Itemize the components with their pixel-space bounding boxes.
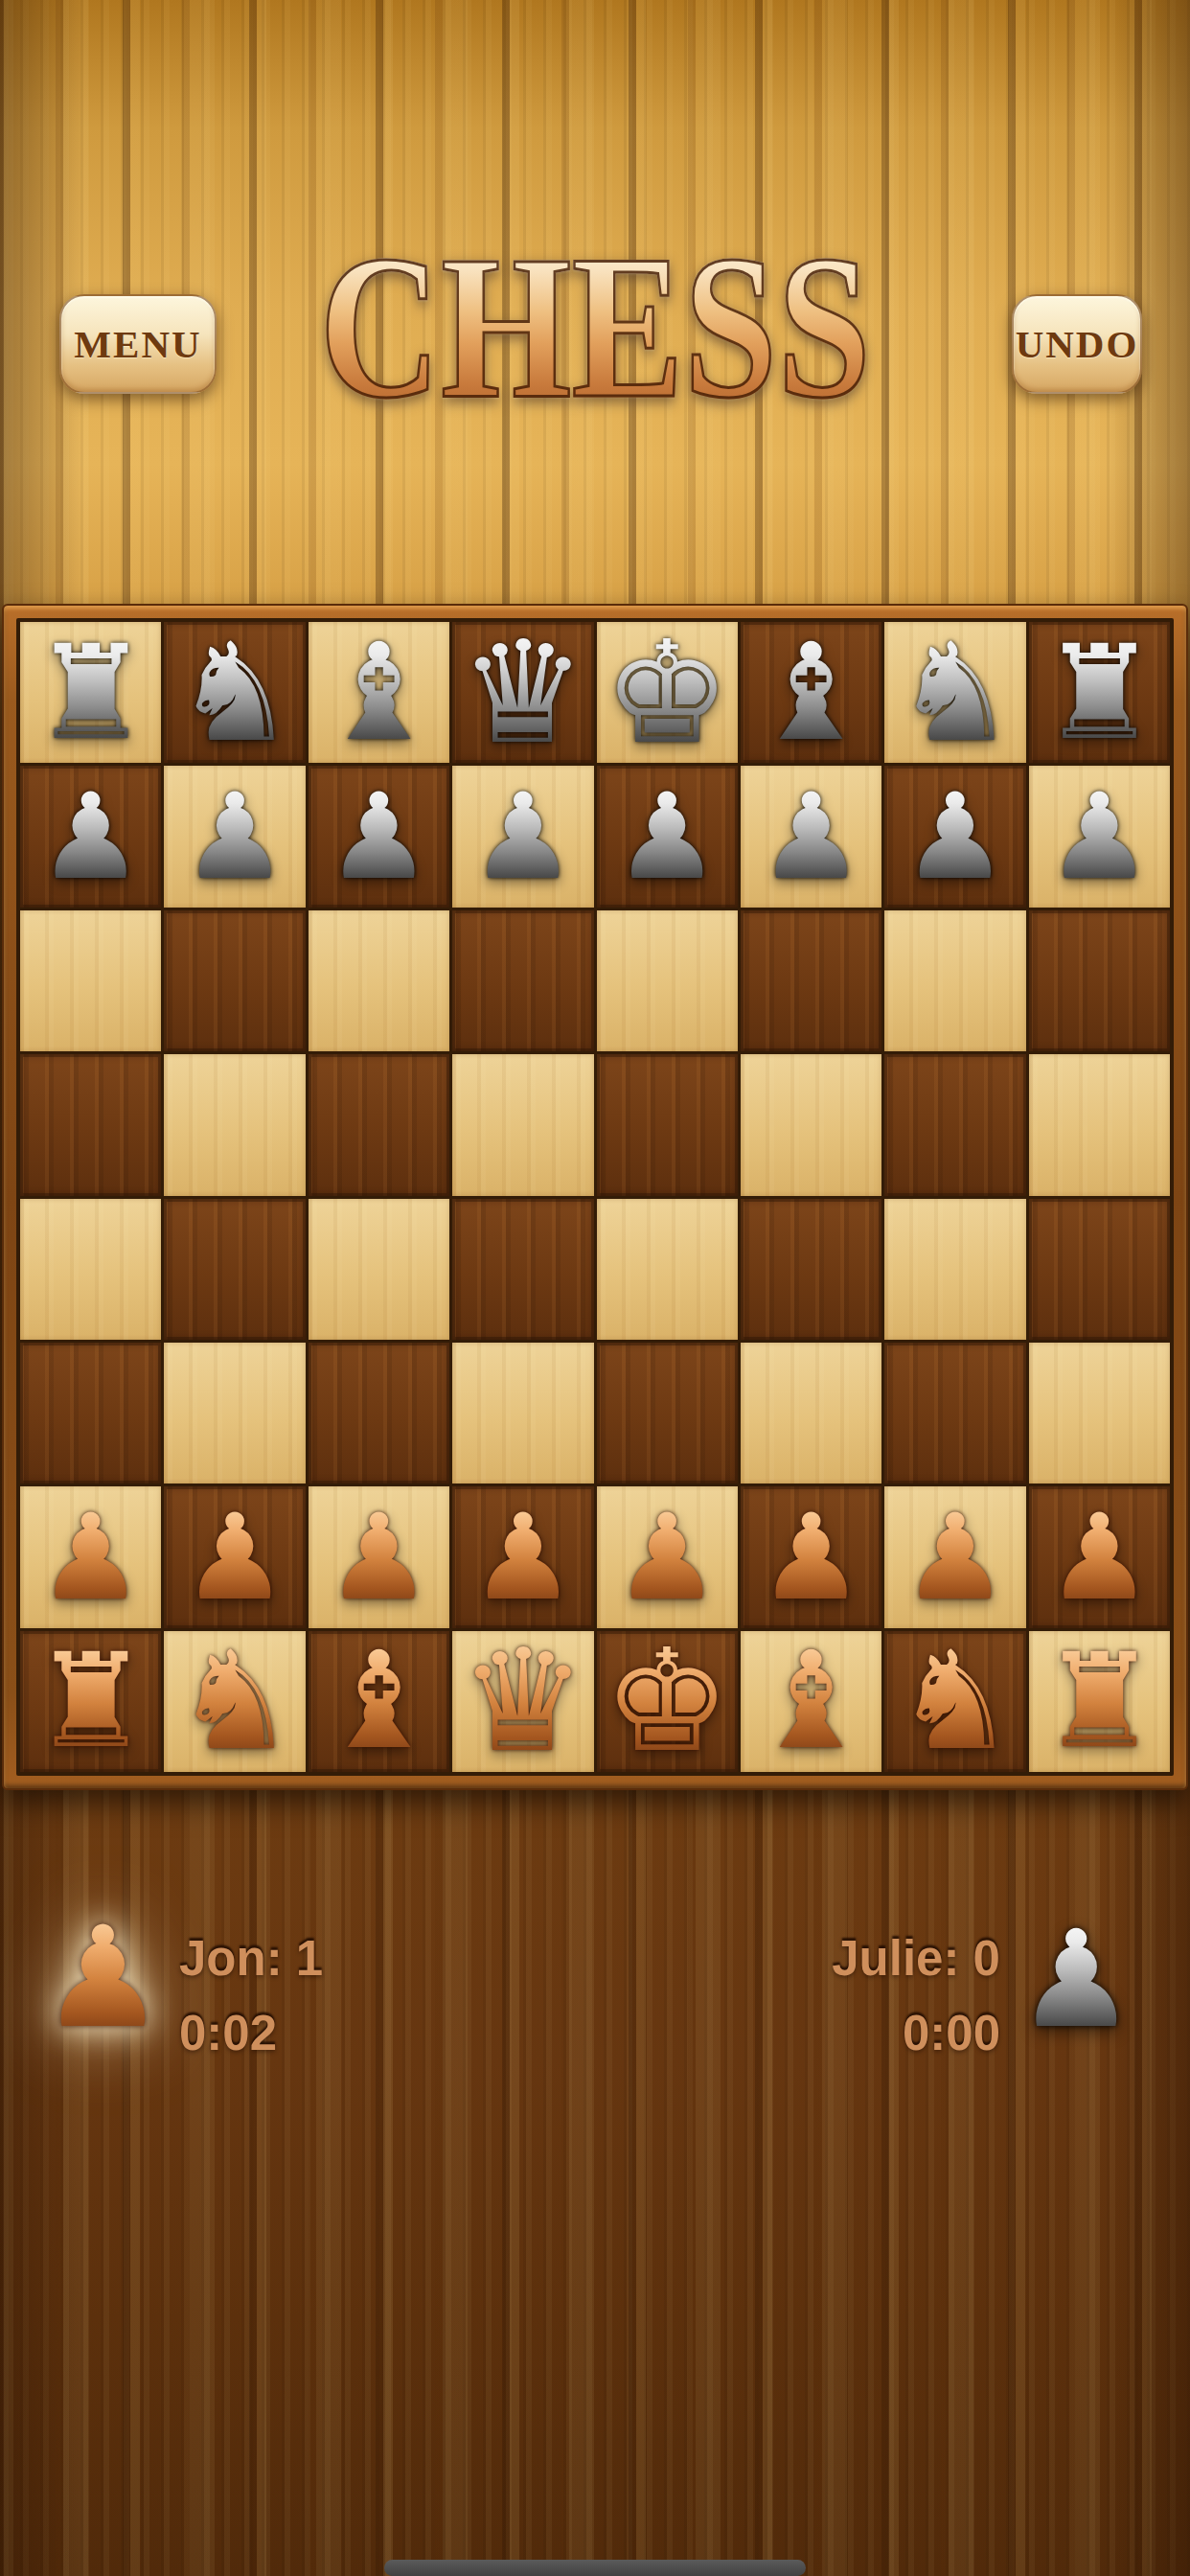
square-f6[interactable]: [741, 910, 881, 1051]
piece-white-bishop[interactable]: ♝: [319, 1634, 440, 1768]
piece-white-king[interactable]: ♚: [604, 1631, 731, 1772]
board-grid: ♜♞♝♛♚♝♞♜♟♟♟♟♟♟♟♟♟♟♟♟♟♟♟♟♜♞♝♛♚♝♞♜: [16, 618, 1174, 1776]
square-c8[interactable]: ♝: [309, 622, 449, 763]
square-e7[interactable]: ♟: [597, 766, 738, 907]
player-white-score: Jon: 1: [179, 1932, 323, 1986]
square-f1[interactable]: ♝: [741, 1631, 881, 1772]
square-b2[interactable]: ♟: [164, 1486, 305, 1627]
square-d6[interactable]: [452, 910, 593, 1051]
piece-white-pawn[interactable]: ♟: [758, 1498, 864, 1617]
piece-black-queen[interactable]: ♛: [459, 622, 586, 763]
piece-white-pawn[interactable]: ♟: [902, 1498, 1008, 1617]
player-black-score: Julie: 0: [832, 1932, 1000, 1986]
square-b3[interactable]: [164, 1343, 305, 1483]
square-g7[interactable]: ♟: [884, 766, 1025, 907]
square-d7[interactable]: ♟: [452, 766, 593, 907]
square-c5[interactable]: [309, 1054, 449, 1195]
square-f2[interactable]: ♟: [741, 1486, 881, 1627]
piece-black-bishop[interactable]: ♝: [319, 626, 440, 760]
square-c7[interactable]: ♟: [309, 766, 449, 907]
square-a2[interactable]: ♟: [20, 1486, 161, 1627]
square-g1[interactable]: ♞: [884, 1631, 1025, 1772]
square-g6[interactable]: [884, 910, 1025, 1051]
square-f4[interactable]: [741, 1199, 881, 1340]
square-h8[interactable]: ♜: [1029, 622, 1170, 763]
piece-white-bishop[interactable]: ♝: [751, 1634, 872, 1768]
square-b7[interactable]: ♟: [164, 766, 305, 907]
piece-black-pawn[interactable]: ♟: [1046, 777, 1153, 896]
square-f3[interactable]: [741, 1343, 881, 1483]
square-e2[interactable]: ♟: [597, 1486, 738, 1627]
square-d3[interactable]: [452, 1343, 593, 1483]
square-a4[interactable]: [20, 1199, 161, 1340]
piece-white-pawn[interactable]: ♟: [614, 1498, 721, 1617]
square-e4[interactable]: [597, 1199, 738, 1340]
player-black-clock: 0:00: [903, 2007, 1000, 2060]
square-h6[interactable]: [1029, 910, 1170, 1051]
player-white-clock: 0:02: [179, 2007, 277, 2060]
square-b6[interactable]: [164, 910, 305, 1051]
piece-white-pawn[interactable]: ♟: [469, 1498, 576, 1617]
square-a1[interactable]: ♜: [20, 1631, 161, 1772]
square-e5[interactable]: [597, 1054, 738, 1195]
square-h1[interactable]: ♜: [1029, 1631, 1170, 1772]
piece-black-pawn[interactable]: ♟: [758, 777, 864, 896]
square-e6[interactable]: [597, 910, 738, 1051]
piece-white-queen[interactable]: ♛: [459, 1631, 586, 1772]
piece-white-rook[interactable]: ♜: [1041, 1636, 1157, 1766]
piece-white-pawn[interactable]: ♟: [37, 1498, 144, 1617]
piece-black-bishop[interactable]: ♝: [751, 626, 872, 760]
square-e8[interactable]: ♚: [597, 622, 738, 763]
piece-black-pawn[interactable]: ♟: [902, 777, 1008, 896]
square-f5[interactable]: [741, 1054, 881, 1195]
square-a7[interactable]: ♟: [20, 766, 161, 907]
board-frame: ♜♞♝♛♚♝♞♜♟♟♟♟♟♟♟♟♟♟♟♟♟♟♟♟♜♞♝♛♚♝♞♜: [2, 604, 1188, 1790]
square-f7[interactable]: ♟: [741, 766, 881, 907]
square-g5[interactable]: [884, 1054, 1025, 1195]
piece-black-pawn[interactable]: ♟: [181, 777, 287, 896]
square-h7[interactable]: ♟: [1029, 766, 1170, 907]
piece-black-knight[interactable]: ♞: [894, 625, 1016, 761]
square-a6[interactable]: [20, 910, 161, 1051]
piece-black-pawn[interactable]: ♟: [469, 777, 576, 896]
piece-white-pawn[interactable]: ♟: [181, 1498, 287, 1617]
black-pawn-icon: ♟: [1016, 1913, 1136, 2047]
piece-white-knight[interactable]: ♞: [894, 1633, 1016, 1769]
square-h4[interactable]: [1029, 1199, 1170, 1340]
square-c6[interactable]: [309, 910, 449, 1051]
piece-black-rook[interactable]: ♜: [33, 628, 149, 758]
square-d8[interactable]: ♛: [452, 622, 593, 763]
piece-black-rook[interactable]: ♜: [1041, 628, 1157, 758]
square-a5[interactable]: [20, 1054, 161, 1195]
square-b4[interactable]: [164, 1199, 305, 1340]
square-g8[interactable]: ♞: [884, 622, 1025, 763]
square-b1[interactable]: ♞: [164, 1631, 305, 1772]
piece-white-pawn[interactable]: ♟: [1046, 1498, 1153, 1617]
square-d5[interactable]: [452, 1054, 593, 1195]
square-d2[interactable]: ♟: [452, 1486, 593, 1627]
square-d4[interactable]: [452, 1199, 593, 1340]
undo-button[interactable]: UNDO: [1012, 294, 1142, 394]
piece-black-pawn[interactable]: ♟: [37, 777, 144, 896]
square-h5[interactable]: [1029, 1054, 1170, 1195]
square-a8[interactable]: ♜: [20, 622, 161, 763]
square-a3[interactable]: [20, 1343, 161, 1483]
piece-white-rook[interactable]: ♜: [33, 1636, 149, 1766]
square-g4[interactable]: [884, 1199, 1025, 1340]
square-c1[interactable]: ♝: [309, 1631, 449, 1772]
square-c4[interactable]: [309, 1199, 449, 1340]
piece-black-knight[interactable]: ♞: [173, 625, 295, 761]
square-e3[interactable]: [597, 1343, 738, 1483]
piece-white-pawn[interactable]: ♟: [326, 1498, 432, 1617]
square-g2[interactable]: ♟: [884, 1486, 1025, 1627]
app-title: CHESS: [107, 224, 1083, 429]
square-h2[interactable]: ♟: [1029, 1486, 1170, 1627]
square-c3[interactable]: [309, 1343, 449, 1483]
square-h3[interactable]: [1029, 1343, 1170, 1483]
piece-black-pawn[interactable]: ♟: [326, 777, 432, 896]
piece-black-pawn[interactable]: ♟: [614, 777, 721, 896]
square-d1[interactable]: ♛: [452, 1631, 593, 1772]
chess-app-screen: { "app": { "title": "CHESS" }, "header":…: [0, 0, 1190, 2576]
square-b5[interactable]: [164, 1054, 305, 1195]
square-g3[interactable]: [884, 1343, 1025, 1483]
square-f8[interactable]: ♝: [741, 622, 881, 763]
piece-black-king[interactable]: ♚: [604, 622, 731, 763]
square-c2[interactable]: ♟: [309, 1486, 449, 1627]
white-pawn-turn-icon: ♟: [40, 1907, 166, 2047]
square-e1[interactable]: ♚: [597, 1631, 738, 1772]
home-indicator[interactable]: [384, 2560, 806, 2576]
piece-white-knight[interactable]: ♞: [173, 1633, 295, 1769]
square-b8[interactable]: ♞: [164, 622, 305, 763]
